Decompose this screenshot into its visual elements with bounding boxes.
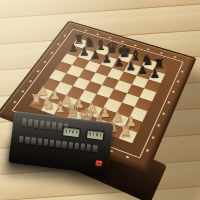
panel-key-bottom-11[interactable]	[80, 143, 85, 150]
panel-key-bottom-8[interactable]	[62, 141, 67, 148]
panel-key-bottom-12[interactable]	[86, 144, 91, 151]
piece-bP-e7[interactable]: ♟	[114, 57, 124, 69]
panel-key-bottom-7[interactable]	[56, 140, 61, 147]
panel-key-top-3[interactable]	[34, 120, 39, 128]
lcd-displays	[62, 126, 105, 141]
panel-key-bottom-1[interactable]	[19, 136, 24, 143]
piece-bP-a7[interactable]: ♟	[68, 43, 78, 54]
piece-bP-h7[interactable]: ♟	[150, 68, 161, 80]
panel-key-top-1[interactable]	[22, 118, 27, 126]
panel-key-bottom-6[interactable]	[49, 140, 54, 147]
power-button[interactable]	[96, 160, 103, 166]
piece-bP-b7[interactable]: ♟	[79, 46, 89, 57]
panel-key-bottom-2[interactable]	[25, 137, 30, 144]
panel-key-row-top	[22, 118, 69, 132]
piece-wR-h1[interactable]: ♜	[119, 124, 132, 139]
panel-key-top-6[interactable]	[52, 122, 57, 130]
chess-computer-photo: ♜♞♝♛♚♝♞♜♟♟♟♟♟♟♟♟♟♟♟♟♟♟♟♟♜♞♝♛♚♝♞♜	[0, 0, 200, 200]
panel-key-bottom-5[interactable]	[43, 139, 48, 146]
piece-bP-d7[interactable]: ♟	[102, 53, 112, 64]
panel-key-top-4[interactable]	[40, 120, 45, 128]
panel-key-bottom-13[interactable]	[92, 145, 97, 152]
piece-bP-g7[interactable]: ♟	[138, 64, 149, 76]
panel-key-top-2[interactable]	[28, 119, 33, 127]
piece-bP-c7[interactable]: ♟	[91, 50, 101, 61]
panel-key-top-5[interactable]	[46, 121, 51, 129]
panel-key-bottom-3[interactable]	[31, 137, 36, 144]
lcd-display-2	[86, 129, 105, 141]
square-h7[interactable]: ♟	[149, 70, 166, 83]
panel-key-bottom-10[interactable]	[74, 143, 79, 150]
lcd-display-1	[62, 126, 81, 138]
panel-key-bottom-4[interactable]	[37, 138, 42, 145]
panel-key-bottom-9[interactable]	[68, 142, 73, 149]
piece-bP-f7[interactable]: ♟	[126, 60, 136, 72]
square-h6[interactable]	[144, 79, 161, 92]
